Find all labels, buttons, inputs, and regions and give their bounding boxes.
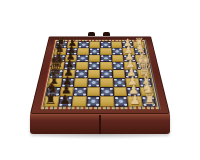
square — [87, 70, 100, 78]
square — [88, 55, 100, 62]
board-frame: ♜♟♟♜♞♟♟♞♝♟♟♝♚♟♟♚♛♟♟♛♝♟♟♝♞♟♟♞♜♟♟♜ — [30, 36, 170, 114]
square — [75, 70, 88, 78]
square — [111, 55, 123, 62]
square — [74, 78, 88, 87]
square — [113, 78, 127, 87]
square — [89, 48, 100, 55]
square — [100, 55, 112, 62]
square: ♟ — [58, 96, 73, 106]
box-front-panel — [30, 114, 170, 134]
square: ♟ — [127, 96, 142, 106]
piece-white-pawn: ♟ — [130, 93, 141, 106]
box-hinge-icon — [88, 32, 95, 36]
piece-white-rook: ♜ — [143, 92, 155, 106]
board-inlay-border: ♜♟♟♜♞♟♟♞♝♟♟♝♚♟♟♚♛♟♟♛♝♟♟♝♞♟♟♞♜♟♟♜ — [39, 40, 161, 110]
chess-board: ♜♟♟♜♞♟♟♞♝♟♟♝♚♟♟♚♛♟♟♛♝♟♟♝♞♟♟♞♜♟♟♜ — [30, 36, 170, 114]
square — [100, 48, 111, 55]
square — [100, 78, 113, 87]
square — [100, 96, 114, 106]
square — [72, 96, 87, 106]
square — [100, 70, 113, 78]
square — [75, 62, 88, 70]
piece-black-pawn: ♟ — [59, 93, 70, 106]
square — [86, 96, 100, 106]
board-grid: ♜♟♟♜♞♟♟♞♝♟♟♝♚♟♟♚♛♟♟♛♝♟♟♝♞♟♟♞♜♟♟♜ — [43, 41, 156, 106]
square — [114, 96, 129, 106]
square — [73, 87, 87, 97]
chess-set-product-photo: ♜♟♟♜♞♟♟♞♝♟♟♝♚♟♟♚♛♟♟♛♝♟♟♝♞♟♟♞♜♟♟♜ — [0, 0, 200, 160]
box-center-seam — [99, 115, 101, 134]
square — [77, 48, 89, 55]
square — [88, 62, 100, 70]
square — [76, 55, 88, 62]
square — [87, 78, 100, 87]
box-hinge-icon — [103, 32, 110, 36]
square — [112, 70, 125, 78]
square — [111, 48, 123, 55]
square: ♜ — [141, 96, 157, 106]
square — [100, 62, 112, 70]
square — [86, 87, 100, 97]
square — [113, 87, 127, 97]
piece-black-rook: ♜ — [45, 92, 57, 106]
square — [100, 87, 114, 97]
photo-scene: ♜♟♟♜♞♟♟♞♝♟♟♝♚♟♟♚♛♟♟♛♝♟♟♝♞♟♟♞♜♟♟♜ — [0, 0, 200, 160]
square — [112, 62, 125, 70]
